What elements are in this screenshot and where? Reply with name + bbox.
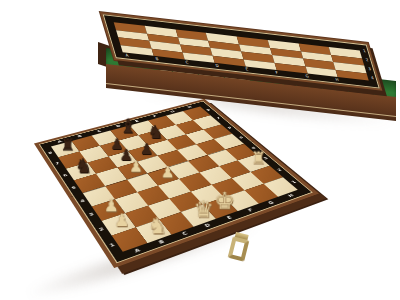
piece-white-rook: ♜ (251, 150, 266, 167)
case-file-label: F (275, 71, 279, 75)
piece-black-rook: ♜ (60, 136, 75, 152)
piece-white-knight: ♞ (148, 215, 168, 237)
product-photo-scene: ABCDEFGH1234 AA88BB77CC66DD55EE44FF33GG2… (0, 0, 400, 300)
case-rank-label: 2 (365, 58, 369, 62)
case-file-label: E (245, 67, 249, 71)
piece-white-pawn: ♟ (129, 159, 143, 174)
square-f3 (199, 166, 231, 184)
case-file-label: D (215, 64, 219, 68)
piece-black-pawn: ♟ (140, 143, 153, 158)
case-rank-label: 1 (363, 49, 367, 53)
case-file-label: A (125, 53, 129, 57)
piece-black-bishop: ♝ (119, 117, 136, 136)
case-file-label: G (305, 74, 309, 78)
piece-white-king: ♚ (214, 190, 235, 213)
piece-white-queen: ♛ (193, 198, 213, 221)
folded-chess-case: ABCDEFGH1234 (92, 2, 400, 132)
piece-black-knight: ♞ (148, 123, 164, 141)
case-rank-label: 4 (371, 76, 375, 80)
piece-white-pawn: ♟ (115, 212, 130, 229)
case-rank-label: 3 (368, 67, 372, 71)
board-latch-icon (228, 236, 250, 261)
piece-white-pawn: ♟ (160, 165, 174, 180)
case-file-label: H (335, 78, 339, 82)
case-file-label: B (155, 57, 159, 61)
piece-black-knight: ♞ (75, 156, 92, 175)
case-file-label: C (185, 60, 189, 64)
